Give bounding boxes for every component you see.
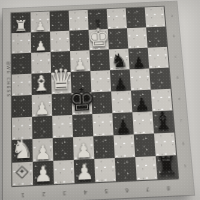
- square-h2: ♟: [33, 161, 54, 185]
- rank-number-label-3: 3: [54, 184, 75, 200]
- chessboard-photo: Ⓦ WE CHESS ♜♟♟♚♟♞♟♝♛♟♟♚♟♟♝♞♟♟♟♟♜ 1234567…: [0, 0, 200, 200]
- square-a1: ♜: [11, 12, 30, 33]
- square-d3: ♛: [51, 72, 71, 94]
- square-h8: ♜: [156, 155, 178, 179]
- square-c8: [148, 47, 169, 69]
- chess-board: Ⓦ WE CHESS ♜♟♟♚♟♞♟♝♛♟♟♚♟♟♝♞♟♟♟♟♜ 1234567…: [3, 2, 194, 200]
- square-b3: [50, 31, 70, 52]
- square-a6: [107, 8, 127, 29]
- square-b8: [146, 27, 167, 48]
- rank-number-label-2: 2: [33, 185, 54, 200]
- white-pawn-h4: ♟: [75, 162, 94, 183]
- white-pawn-a2: ♟: [35, 20, 46, 32]
- white-knight-g1: ♞: [11, 137, 34, 163]
- square-e5: [91, 91, 112, 114]
- board-logo-emblem: ✦: [16, 166, 27, 178]
- file-letter-label-a: a: [165, 6, 180, 26]
- black-bishop-f8: ♝: [152, 110, 175, 134]
- square-c3: [51, 51, 71, 73]
- rank-number-label-8: 8: [157, 179, 179, 195]
- square-h3: [53, 160, 74, 184]
- white-pawn-c4: ♟: [73, 58, 87, 72]
- white-pawn-h2: ♟: [34, 164, 53, 185]
- square-d7: [130, 68, 151, 90]
- square-b2: ♟: [31, 32, 51, 53]
- file-letter-label-d: d: [170, 67, 186, 89]
- black-knight-c6: ♞: [110, 51, 129, 70]
- square-h5: [94, 158, 116, 182]
- file-letter-label-h: h: [177, 154, 193, 178]
- square-a3: [50, 11, 70, 32]
- black-pawn-c7: ♟: [132, 55, 146, 69]
- square-g3: [53, 137, 74, 161]
- square-d2: ♝: [31, 73, 51, 95]
- square-g2: ♟: [32, 138, 53, 162]
- square-g1: ♞: [12, 139, 33, 163]
- rank-number-label-4: 4: [75, 183, 96, 199]
- square-e6: [111, 91, 132, 114]
- black-pawn-f6: ♟: [115, 117, 132, 135]
- emblem-star-icon: ✦: [19, 168, 25, 176]
- white-pawn-g4: ♟: [75, 140, 93, 159]
- square-h4: ♟: [74, 159, 96, 183]
- rank-number-label-6: 6: [116, 181, 138, 197]
- square-b6: [108, 28, 129, 49]
- white-rook-a1: ♜: [14, 19, 28, 33]
- square-d5: [90, 70, 111, 92]
- square-f2: [32, 116, 53, 139]
- square-b1: [12, 32, 32, 53]
- black-pawn-e7: ♟: [134, 96, 150, 113]
- square-h7: [135, 156, 157, 180]
- square-d6: ♟: [110, 69, 131, 91]
- square-g7: [134, 133, 156, 157]
- file-letter-label-c: c: [168, 46, 183, 67]
- square-f8: ♝: [152, 110, 174, 133]
- square-e3: [52, 93, 73, 116]
- rank-number-label-5: 5: [95, 182, 117, 198]
- square-c2: [31, 52, 51, 74]
- square-a2: ♟: [31, 12, 51, 33]
- file-letter-label-e: e: [172, 88, 188, 110]
- board-grid: ♜♟♟♚♟♞♟♝♛♟♟♚♟♟♝♞♟♟♟♟♜: [11, 7, 178, 186]
- square-e7: ♟: [131, 90, 152, 113]
- square-a7: [126, 7, 146, 28]
- square-g4: ♟: [73, 136, 94, 160]
- square-g6: [114, 134, 136, 158]
- square-e4: ♚: [71, 92, 92, 115]
- square-b7: [127, 27, 148, 48]
- white-pawn-b2: ♟: [35, 40, 47, 53]
- square-c5: [89, 49, 110, 71]
- white-pawn-g2: ♟: [34, 142, 52, 161]
- square-f6: ♟: [112, 112, 133, 135]
- square-c4: ♟: [70, 50, 90, 72]
- square-c1: [12, 53, 32, 75]
- square-b4: [69, 30, 89, 51]
- square-h6: [115, 157, 137, 181]
- file-letter-label-g: g: [175, 132, 191, 155]
- square-a5: [88, 9, 108, 30]
- white-bishop-d2: ♝: [32, 74, 52, 95]
- file-letter-label-b: b: [166, 26, 181, 47]
- square-f4: [72, 114, 93, 137]
- square-g5: [93, 135, 114, 159]
- square-d1: [12, 74, 32, 96]
- file-letter-label-f: f: [173, 110, 189, 133]
- square-g8: [154, 133, 176, 157]
- square-d8: [149, 68, 170, 90]
- square-f7: [132, 111, 154, 134]
- rank-number-label-1: 1: [12, 186, 33, 200]
- square-e8: [151, 89, 173, 112]
- square-f5: [92, 113, 113, 136]
- square-f3: [52, 115, 73, 138]
- square-a8: [145, 7, 166, 28]
- square-a4: [69, 10, 89, 31]
- black-rook-h8: ♜: [155, 154, 179, 179]
- square-e2: ♟: [32, 94, 52, 117]
- white-pawn-e2: ♟: [34, 100, 50, 117]
- square-f1: [12, 117, 32, 140]
- square-c7: ♟: [128, 48, 149, 70]
- square-d4: [71, 71, 92, 93]
- square-c6: ♞: [109, 49, 130, 71]
- square-b5: ♚: [89, 29, 109, 50]
- rank-number-label-7: 7: [137, 180, 159, 196]
- black-pawn-d6: ♟: [113, 76, 128, 91]
- square-e1: [12, 95, 32, 118]
